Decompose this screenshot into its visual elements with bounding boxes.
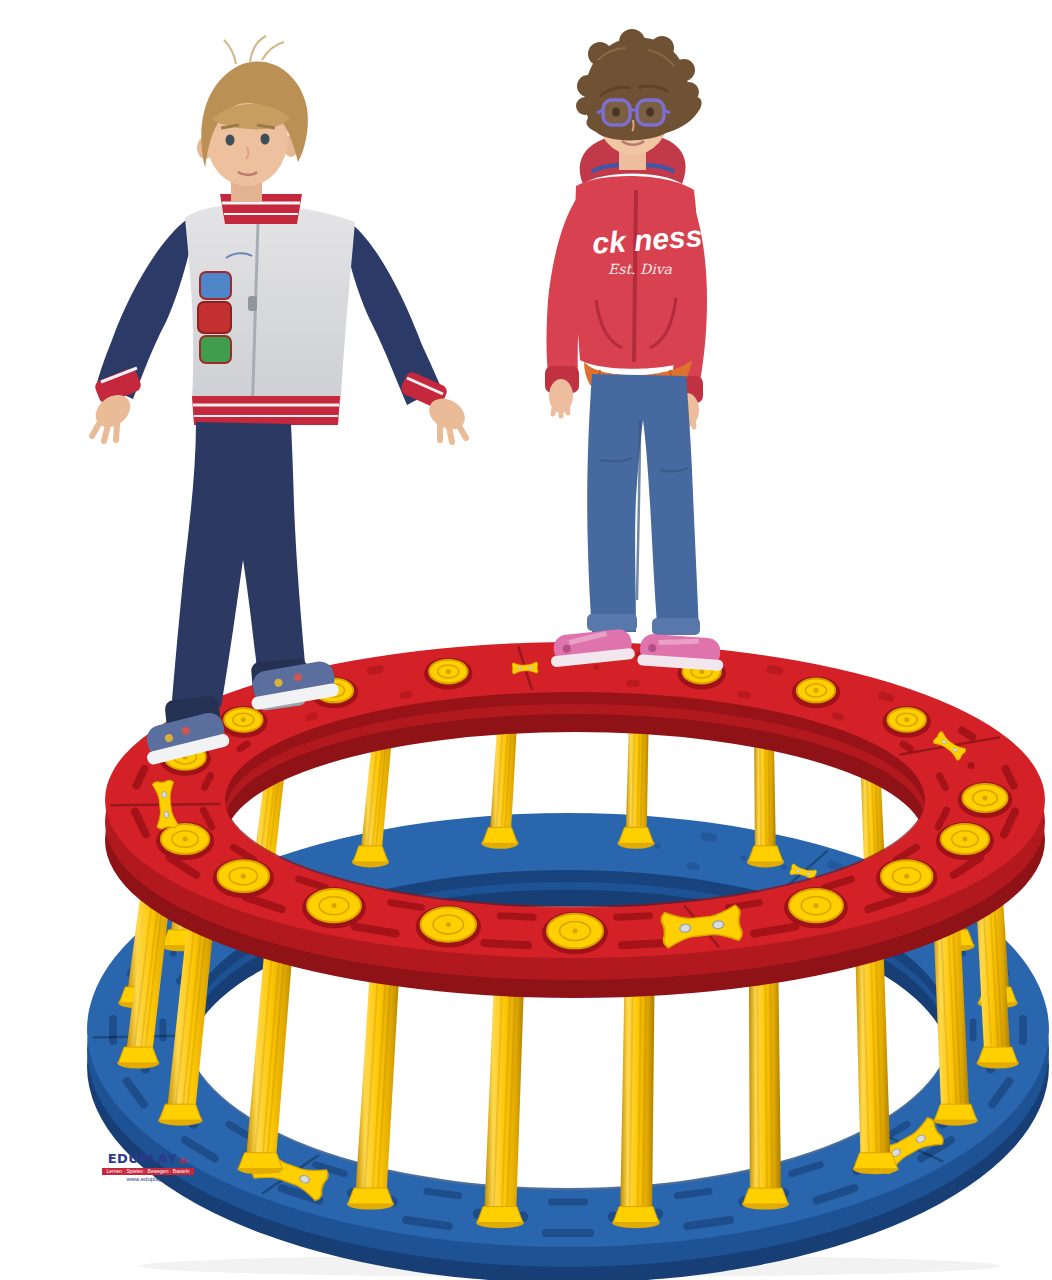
molded-hole [967, 762, 974, 769]
girl-jeans [587, 374, 699, 636]
column-base-flare [482, 827, 517, 843]
cap-center [183, 837, 188, 842]
column-base-flare [748, 846, 783, 862]
column-base-flare [238, 1153, 282, 1169]
cap-center [699, 669, 704, 674]
molded-slot [548, 1199, 588, 1206]
bowtie-screw [712, 920, 724, 929]
molded-slot [970, 1019, 977, 1042]
girl-right-shoe [637, 633, 725, 671]
column-base-flare [159, 1104, 201, 1120]
girl-left-jean-cuff [587, 614, 637, 631]
logo-tld-text: .de [177, 1156, 189, 1165]
column-base-flare [978, 1047, 1018, 1063]
column-base-flare [477, 1207, 523, 1223]
boy-hair-wisps [224, 36, 284, 64]
cap-center [241, 874, 246, 879]
column-base-flare [934, 1104, 976, 1120]
logo-brand-text: EDUPLAY [108, 1151, 177, 1166]
boy-zipper-pull [248, 296, 257, 311]
molded-slot [627, 680, 640, 688]
scene-svg: ck ness Est. Diva [0, 0, 1052, 1280]
column-base-flare [743, 1188, 788, 1204]
molded-hole [781, 864, 787, 870]
cap-center [241, 717, 246, 722]
column-base-flare [618, 827, 653, 843]
cap-center [573, 929, 578, 934]
boy-left-sleeve [97, 220, 192, 399]
molded-slot [160, 1019, 167, 1042]
column-base-flare [613, 1207, 659, 1223]
molded-slot [109, 1015, 117, 1045]
cap-center [332, 903, 337, 908]
logo-tagline: Lernen · Spielen · Bewegen · Basteln [102, 1168, 194, 1175]
molded-hole [594, 664, 600, 670]
cap-center [446, 922, 451, 927]
bowtie-screw [529, 666, 533, 669]
cap-center [904, 874, 909, 879]
bowtie-screw [518, 667, 522, 670]
molded-slot [542, 1229, 594, 1237]
cap-center [904, 717, 909, 722]
eduplay-logo: EDUPLAY.de Lernen · Spielen · Bewegen · … [102, 1150, 194, 1182]
molded-slot [1019, 1015, 1027, 1045]
cap-center [983, 796, 988, 801]
column-base-flare [854, 1153, 898, 1169]
logo-url: www.eduplay.de [102, 1176, 194, 1182]
girl-right-jean-cuff [652, 618, 700, 635]
cap-center [813, 903, 818, 908]
child-girl: ck ness Est. Diva [545, 29, 725, 671]
molded-hole [655, 843, 661, 849]
bowtie-screw [679, 924, 691, 933]
bowtie-screw [164, 811, 169, 818]
photo-canvas: { "image_type": "product photograph", "s… [0, 0, 1052, 1280]
cap-center [446, 669, 451, 674]
molded-hole [170, 950, 177, 957]
girl-left-hand [549, 379, 573, 416]
cap-center [962, 837, 967, 842]
cap-center [813, 688, 818, 693]
boy-right-sleeve [346, 224, 441, 405]
column-base-flare [118, 1047, 158, 1063]
column-base-flare [353, 846, 388, 862]
bowtie-screw [162, 791, 167, 798]
molded-hole [741, 855, 747, 861]
girl-hoodie-subtext: Est. Diva [608, 261, 673, 277]
boy-hem-band [192, 396, 340, 425]
column-base-flare [348, 1188, 393, 1204]
